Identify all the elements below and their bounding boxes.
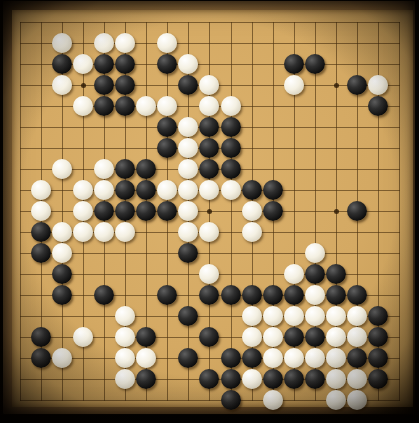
white-stone[interactable] <box>242 306 262 326</box>
black-stone[interactable] <box>52 264 72 284</box>
black-stone[interactable] <box>115 96 135 116</box>
white-stone[interactable] <box>305 243 325 263</box>
black-stone[interactable] <box>31 327 51 347</box>
black-stone[interactable] <box>326 264 346 284</box>
black-stone[interactable] <box>199 327 219 347</box>
black-stone[interactable] <box>305 54 325 74</box>
white-stone[interactable] <box>115 327 135 347</box>
black-stone[interactable] <box>157 117 177 137</box>
goban-frame <box>3 1 415 414</box>
black-stone[interactable] <box>221 285 241 305</box>
black-stone[interactable] <box>94 201 114 221</box>
white-stone[interactable] <box>157 180 177 200</box>
black-stone[interactable] <box>94 285 114 305</box>
black-stone[interactable] <box>284 285 304 305</box>
white-stone[interactable] <box>326 390 346 410</box>
black-stone[interactable] <box>31 222 51 242</box>
black-stone[interactable] <box>326 285 346 305</box>
white-stone[interactable] <box>52 159 72 179</box>
white-stone[interactable] <box>73 180 93 200</box>
white-stone[interactable] <box>94 180 114 200</box>
white-stone[interactable] <box>242 327 262 347</box>
white-stone[interactable] <box>199 75 219 95</box>
white-stone[interactable] <box>31 201 51 221</box>
black-stone[interactable] <box>199 285 219 305</box>
black-stone[interactable] <box>115 75 135 95</box>
black-stone[interactable] <box>157 201 177 221</box>
star-point <box>207 209 212 214</box>
black-stone[interactable] <box>199 117 219 137</box>
white-stone[interactable] <box>178 54 198 74</box>
white-stone[interactable] <box>178 117 198 137</box>
white-stone[interactable] <box>178 159 198 179</box>
black-stone[interactable] <box>178 348 198 368</box>
white-stone[interactable] <box>94 159 114 179</box>
black-stone[interactable] <box>178 243 198 263</box>
black-stone[interactable] <box>263 285 283 305</box>
black-stone[interactable] <box>178 306 198 326</box>
black-stone[interactable] <box>284 327 304 347</box>
black-stone[interactable] <box>368 96 388 116</box>
white-stone[interactable] <box>326 348 346 368</box>
white-stone[interactable] <box>221 96 241 116</box>
white-stone[interactable] <box>242 222 262 242</box>
white-stone[interactable] <box>199 222 219 242</box>
black-stone[interactable] <box>31 348 51 368</box>
black-stone[interactable] <box>52 54 72 74</box>
go-board[interactable] <box>12 10 413 407</box>
white-stone[interactable] <box>115 306 135 326</box>
white-stone[interactable] <box>263 327 283 347</box>
white-stone[interactable] <box>73 54 93 74</box>
white-stone[interactable] <box>52 348 72 368</box>
white-stone[interactable] <box>52 243 72 263</box>
black-stone[interactable] <box>199 159 219 179</box>
black-stone[interactable] <box>221 159 241 179</box>
white-stone[interactable] <box>284 348 304 368</box>
black-stone[interactable] <box>368 306 388 326</box>
white-stone[interactable] <box>199 96 219 116</box>
black-stone[interactable] <box>263 180 283 200</box>
white-stone[interactable] <box>347 306 367 326</box>
black-stone[interactable] <box>305 264 325 284</box>
black-stone[interactable] <box>136 327 156 347</box>
grid-line-vertical <box>20 22 21 401</box>
black-stone[interactable] <box>368 327 388 347</box>
white-stone[interactable] <box>305 306 325 326</box>
black-stone[interactable] <box>115 54 135 74</box>
black-stone[interactable] <box>347 201 367 221</box>
white-stone[interactable] <box>94 222 114 242</box>
black-stone[interactable] <box>136 201 156 221</box>
white-stone[interactable] <box>326 369 346 389</box>
black-stone[interactable] <box>52 285 72 305</box>
black-stone[interactable] <box>94 96 114 116</box>
white-stone[interactable] <box>263 348 283 368</box>
black-stone[interactable] <box>305 369 325 389</box>
black-stone[interactable] <box>347 348 367 368</box>
black-stone[interactable] <box>347 285 367 305</box>
white-stone[interactable] <box>94 33 114 53</box>
black-stone[interactable] <box>199 138 219 158</box>
white-stone[interactable] <box>73 96 93 116</box>
black-stone[interactable] <box>242 285 262 305</box>
black-stone[interactable] <box>115 159 135 179</box>
star-point <box>81 83 86 88</box>
black-stone[interactable] <box>136 180 156 200</box>
black-stone[interactable] <box>157 138 177 158</box>
black-stone[interactable] <box>305 327 325 347</box>
black-stone[interactable] <box>221 138 241 158</box>
black-stone[interactable] <box>221 348 241 368</box>
white-stone[interactable] <box>178 222 198 242</box>
white-stone[interactable] <box>368 75 388 95</box>
grid-line-vertical <box>399 22 400 401</box>
black-stone[interactable] <box>368 369 388 389</box>
white-stone[interactable] <box>326 306 346 326</box>
white-stone[interactable] <box>326 327 346 347</box>
white-stone[interactable] <box>242 369 262 389</box>
black-stone[interactable] <box>178 75 198 95</box>
black-stone[interactable] <box>221 117 241 137</box>
white-stone[interactable] <box>221 180 241 200</box>
black-stone[interactable] <box>115 201 135 221</box>
black-stone[interactable] <box>157 54 177 74</box>
white-stone[interactable] <box>178 180 198 200</box>
white-stone[interactable] <box>347 390 367 410</box>
black-stone[interactable] <box>136 369 156 389</box>
star-point <box>334 83 339 88</box>
black-stone[interactable] <box>94 75 114 95</box>
white-stone[interactable] <box>284 306 304 326</box>
white-stone[interactable] <box>52 222 72 242</box>
white-stone[interactable] <box>136 96 156 116</box>
white-stone[interactable] <box>115 348 135 368</box>
black-stone[interactable] <box>347 75 367 95</box>
black-stone[interactable] <box>199 369 219 389</box>
white-stone[interactable] <box>284 264 304 284</box>
white-stone[interactable] <box>263 390 283 410</box>
black-stone[interactable] <box>157 285 177 305</box>
white-stone[interactable] <box>73 222 93 242</box>
black-stone[interactable] <box>31 243 51 263</box>
white-stone[interactable] <box>305 285 325 305</box>
white-stone[interactable] <box>52 75 72 95</box>
video-letterbox-bar <box>0 415 419 423</box>
white-stone[interactable] <box>242 201 262 221</box>
white-stone[interactable] <box>31 180 51 200</box>
white-stone[interactable] <box>178 201 198 221</box>
black-stone[interactable] <box>115 180 135 200</box>
white-stone[interactable] <box>52 33 72 53</box>
white-stone[interactable] <box>115 369 135 389</box>
white-stone[interactable] <box>284 75 304 95</box>
white-stone[interactable] <box>136 348 156 368</box>
white-stone[interactable] <box>199 180 219 200</box>
black-stone[interactable] <box>263 369 283 389</box>
white-stone[interactable] <box>157 33 177 53</box>
white-stone[interactable] <box>157 96 177 116</box>
white-stone[interactable] <box>115 33 135 53</box>
black-stone[interactable] <box>284 54 304 74</box>
video-frame <box>0 0 419 423</box>
white-stone[interactable] <box>178 138 198 158</box>
black-stone[interactable] <box>221 369 241 389</box>
white-stone[interactable] <box>305 348 325 368</box>
white-stone[interactable] <box>263 306 283 326</box>
grid-line-vertical <box>231 22 232 401</box>
black-stone[interactable] <box>368 348 388 368</box>
white-stone[interactable] <box>73 201 93 221</box>
white-stone[interactable] <box>73 327 93 347</box>
white-stone[interactable] <box>347 369 367 389</box>
white-stone[interactable] <box>199 264 219 284</box>
black-stone[interactable] <box>242 180 262 200</box>
black-stone[interactable] <box>136 159 156 179</box>
black-stone[interactable] <box>284 369 304 389</box>
white-stone[interactable] <box>347 327 367 347</box>
black-stone[interactable] <box>263 201 283 221</box>
black-stone[interactable] <box>94 54 114 74</box>
black-stone[interactable] <box>242 348 262 368</box>
white-stone[interactable] <box>115 222 135 242</box>
star-point <box>334 209 339 214</box>
black-stone[interactable] <box>221 390 241 410</box>
